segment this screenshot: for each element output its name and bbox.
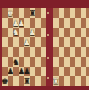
- left-square-d7[interactable]: ♟: [19, 18, 25, 28]
- left-square-h5[interactable]: [41, 37, 47, 47]
- divider-mark: [47, 12, 49, 14]
- divider-mark: [47, 57, 49, 59]
- right-square-g1[interactable]: [86, 76, 89, 86]
- left-square-b2[interactable]: ♟: [8, 67, 14, 77]
- black-rook[interactable]: ♜: [24, 78, 30, 86]
- right-square-g2[interactable]: [86, 67, 89, 77]
- divider-mark: [47, 34, 49, 36]
- divider-mark: [47, 77, 49, 79]
- right-square-g8[interactable]: [86, 8, 89, 18]
- left-square-e1[interactable]: ♜: [24, 76, 30, 86]
- left-square-c6[interactable]: ♞: [13, 28, 19, 38]
- left-square-h1[interactable]: [41, 76, 47, 86]
- left-square-b8[interactable]: ♚: [8, 8, 14, 18]
- right-square-g5[interactable]: [86, 37, 89, 47]
- chess-app-window: ♚♜♟♟♞♟♟♞♟♟♟♚♜ ♜: [0, 0, 89, 90]
- right-square-g6[interactable]: [86, 28, 89, 38]
- left-square-h2[interactable]: [41, 67, 47, 77]
- right-square-g3[interactable]: [86, 57, 89, 67]
- white-pawn[interactable]: ♟: [30, 29, 36, 37]
- right-square-g4[interactable]: [86, 47, 89, 57]
- right-square-g7[interactable]: [86, 18, 89, 28]
- right-square-a1[interactable]: ♜: [53, 76, 59, 86]
- frame-top: [0, 0, 89, 8]
- white-pawn[interactable]: ♟: [19, 19, 25, 27]
- white-pawn[interactable]: ♟: [24, 39, 30, 47]
- white-king[interactable]: ♚: [8, 9, 14, 17]
- left-square-f8[interactable]: ♜: [30, 8, 36, 18]
- white-knight[interactable]: ♞: [13, 29, 19, 37]
- black-king[interactable]: ♚: [2, 78, 8, 86]
- left-square-h4[interactable]: [41, 47, 47, 57]
- left-square-e2[interactable]: ♟: [24, 67, 30, 77]
- left-square-h6[interactable]: [41, 28, 47, 38]
- left-square-f6[interactable]: ♟: [30, 28, 36, 38]
- left-square-a1[interactable]: ♚: [2, 76, 8, 86]
- black-pawn[interactable]: ♟: [8, 68, 14, 76]
- left-chess-board[interactable]: ♚♜♟♟♞♟♟♞♟♟♟♚♜: [2, 8, 46, 86]
- left-square-h8[interactable]: [41, 8, 47, 18]
- right-chess-board[interactable]: ♜: [53, 8, 89, 86]
- black-pawn[interactable]: ♟: [24, 68, 30, 76]
- left-square-c3[interactable]: ♞: [13, 57, 19, 67]
- left-square-h3[interactable]: [41, 57, 47, 67]
- frame-bottom: [0, 86, 89, 90]
- white-rook[interactable]: ♜: [53, 78, 59, 86]
- black-knight[interactable]: ♞: [13, 58, 19, 66]
- black-rook[interactable]: ♜: [30, 9, 36, 17]
- left-square-h7[interactable]: [41, 18, 47, 28]
- left-square-e5[interactable]: ♟: [24, 37, 30, 47]
